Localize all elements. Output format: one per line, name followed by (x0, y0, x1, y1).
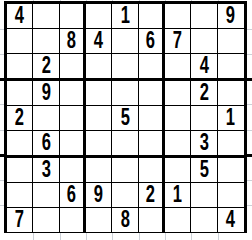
cell-r4c9[interactable] (218, 81, 244, 106)
cell-r6c6[interactable] (139, 131, 165, 158)
cell-r9c7[interactable] (165, 208, 191, 232)
cell-r6c9[interactable] (218, 131, 244, 158)
cell-r2c2[interactable] (33, 29, 59, 54)
cell-r9c8[interactable] (191, 208, 217, 232)
cell-r3c1[interactable] (7, 54, 33, 81)
given-digit: 6 (146, 29, 155, 53)
cell-r4c7[interactable] (165, 81, 191, 106)
cell-r2c3[interactable]: 8 (60, 29, 86, 54)
cell-r2c8[interactable] (191, 29, 217, 54)
cell-r7c8[interactable]: 5 (191, 158, 217, 183)
cell-r7c3[interactable] (60, 158, 86, 183)
cell-r9c9[interactable]: 4 (218, 208, 244, 232)
cell-r8c3[interactable]: 6 (60, 183, 86, 208)
cell-r8c5[interactable] (112, 183, 138, 208)
cell-r3c3[interactable] (60, 54, 86, 81)
cell-r4c6[interactable] (139, 81, 165, 106)
cell-r6c3[interactable] (60, 131, 86, 158)
given-digit: 6 (41, 131, 50, 155)
cell-r4c4[interactable] (86, 81, 112, 106)
cell-r6c5[interactable] (112, 131, 138, 158)
given-digit: 1 (226, 106, 235, 130)
cell-r8c7[interactable]: 1 (165, 183, 191, 208)
cell-r6c2[interactable]: 6 (33, 131, 59, 158)
cell-r2c7[interactable]: 7 (165, 29, 191, 54)
cell-r2c6[interactable]: 6 (139, 29, 165, 54)
given-digit: 5 (120, 106, 129, 130)
cell-r9c4[interactable] (86, 208, 112, 232)
cell-r3c2[interactable]: 2 (33, 54, 59, 81)
cell-r2c1[interactable] (7, 29, 33, 54)
cell-r3c8[interactable]: 4 (191, 54, 217, 81)
given-digit: 2 (146, 183, 155, 207)
given-digit: 8 (67, 29, 76, 53)
cell-r5c6[interactable] (139, 106, 165, 131)
given-digit: 4 (94, 29, 103, 53)
cell-r6c4[interactable] (86, 131, 112, 158)
cell-r3c5[interactable] (112, 54, 138, 81)
cell-r1c8[interactable] (191, 4, 217, 29)
cell-r1c4[interactable] (86, 4, 112, 29)
cell-r9c6[interactable] (139, 208, 165, 232)
cell-r2c5[interactable] (112, 29, 138, 54)
cell-r4c5[interactable] (112, 81, 138, 106)
cell-r8c1[interactable] (7, 183, 33, 208)
given-digit: 7 (173, 29, 182, 53)
cell-r9c2[interactable] (33, 208, 59, 232)
given-digit: 7 (15, 208, 24, 232)
cell-r5c3[interactable] (60, 106, 86, 131)
cell-r8c4[interactable]: 9 (86, 183, 112, 208)
cell-r9c1[interactable]: 7 (7, 208, 33, 232)
given-digit: 9 (94, 183, 103, 207)
given-digit: 1 (120, 4, 129, 28)
given-digit: 1 (173, 183, 182, 207)
cell-r5c9[interactable]: 1 (218, 106, 244, 131)
cell-r2c9[interactable] (218, 29, 244, 54)
cell-r1c6[interactable] (139, 4, 165, 29)
cell-r7c6[interactable] (139, 158, 165, 183)
given-digit: 2 (199, 81, 208, 105)
cell-r4c3[interactable] (60, 81, 86, 106)
cell-r9c3[interactable] (60, 208, 86, 232)
cell-r5c1[interactable]: 2 (7, 106, 33, 131)
cell-r4c1[interactable] (7, 81, 33, 106)
cell-r1c7[interactable] (165, 4, 191, 29)
cell-r6c7[interactable] (165, 131, 191, 158)
cell-r7c9[interactable] (218, 158, 244, 183)
cell-r3c7[interactable] (165, 54, 191, 81)
cell-r9c5[interactable]: 8 (112, 208, 138, 232)
cell-r4c2[interactable]: 9 (33, 81, 59, 106)
cell-r8c6[interactable]: 2 (139, 183, 165, 208)
given-digit: 4 (199, 54, 208, 78)
given-digit: 3 (199, 131, 208, 155)
cell-r1c2[interactable] (33, 4, 59, 29)
cell-r2c4[interactable]: 4 (86, 29, 112, 54)
cell-r5c8[interactable] (191, 106, 217, 131)
cell-r5c5[interactable]: 5 (112, 106, 138, 131)
given-digit: 4 (226, 208, 235, 232)
cell-r7c7[interactable] (165, 158, 191, 183)
cell-r8c8[interactable] (191, 183, 217, 208)
given-digit: 9 (226, 4, 235, 28)
cell-r6c8[interactable]: 3 (191, 131, 217, 158)
cell-r7c2[interactable]: 3 (33, 158, 59, 183)
cell-r6c1[interactable] (7, 131, 33, 158)
cell-r3c4[interactable] (86, 54, 112, 81)
cell-r7c4[interactable] (86, 158, 112, 183)
cell-r1c9[interactable]: 9 (218, 4, 244, 29)
given-digit: 2 (41, 54, 50, 78)
given-digit: 8 (120, 208, 129, 232)
cell-r3c9[interactable] (218, 54, 244, 81)
given-digit: 9 (41, 81, 50, 105)
sudoku-board: 4198467249225163356921784 (4, 1, 247, 233)
cell-r3c6[interactable] (139, 54, 165, 81)
given-digit: 4 (15, 4, 24, 28)
cell-r4c8[interactable]: 2 (191, 81, 217, 106)
cell-r8c2[interactable] (33, 183, 59, 208)
cell-r5c7[interactable] (165, 106, 191, 131)
cell-r5c2[interactable] (33, 106, 59, 131)
given-digit: 3 (41, 158, 50, 182)
cell-r8c9[interactable] (218, 183, 244, 208)
given-digit: 2 (15, 106, 24, 130)
given-digit: 5 (199, 158, 208, 182)
cell-r1c5[interactable]: 1 (112, 4, 138, 29)
cell-r7c1[interactable] (7, 158, 33, 183)
cell-r1c3[interactable] (60, 4, 86, 29)
given-digit: 6 (67, 183, 76, 207)
cell-r5c4[interactable] (86, 106, 112, 131)
cell-r1c1[interactable]: 4 (7, 4, 33, 29)
cell-r7c5[interactable] (112, 158, 138, 183)
